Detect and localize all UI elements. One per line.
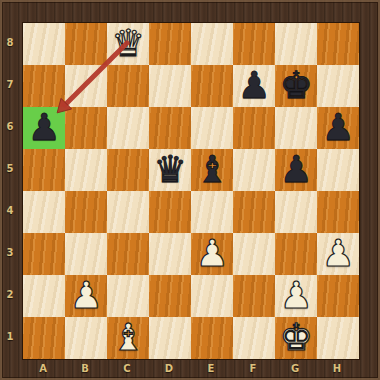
rank-label-5: 5 <box>0 148 20 190</box>
square-h2[interactable] <box>317 275 359 317</box>
square-c6[interactable] <box>107 107 149 149</box>
square-c7[interactable] <box>107 65 149 107</box>
rank-label-7: 7 <box>0 64 20 106</box>
white-pawn-icon[interactable]: ♟ <box>317 233 359 275</box>
board-frame: ♛♟♚♟♟♛♝♟♟♟♟♟♝♚ ABCDEFGH12345678 <box>0 0 380 380</box>
square-g1[interactable]: ♚ <box>275 317 317 359</box>
square-f3[interactable] <box>233 233 275 275</box>
square-e4[interactable] <box>191 191 233 233</box>
square-b8[interactable] <box>65 23 107 65</box>
square-e5[interactable]: ♝ <box>191 149 233 191</box>
square-a4[interactable] <box>23 191 65 233</box>
chess-board: ♛♟♚♟♟♛♝♟♟♟♟♟♝♚ <box>22 22 360 360</box>
square-g8[interactable] <box>275 23 317 65</box>
square-d5[interactable]: ♛ <box>149 149 191 191</box>
square-e3[interactable]: ♟ <box>191 233 233 275</box>
square-a5[interactable] <box>23 149 65 191</box>
square-g6[interactable] <box>275 107 317 149</box>
white-pawn-icon[interactable]: ♟ <box>65 275 107 317</box>
square-f8[interactable] <box>233 23 275 65</box>
file-label-h: H <box>316 363 358 374</box>
black-queen-icon[interactable]: ♛ <box>149 149 191 191</box>
square-d8[interactable] <box>149 23 191 65</box>
square-f4[interactable] <box>233 191 275 233</box>
square-e1[interactable] <box>191 317 233 359</box>
square-b6[interactable] <box>65 107 107 149</box>
square-d1[interactable] <box>149 317 191 359</box>
rank-label-1: 1 <box>0 316 20 358</box>
square-f7[interactable]: ♟ <box>233 65 275 107</box>
square-b2[interactable]: ♟ <box>65 275 107 317</box>
square-g5[interactable]: ♟ <box>275 149 317 191</box>
square-e2[interactable] <box>191 275 233 317</box>
square-c1[interactable]: ♝ <box>107 317 149 359</box>
black-pawn-icon[interactable]: ♟ <box>23 107 65 149</box>
rank-label-3: 3 <box>0 232 20 274</box>
file-label-b: B <box>64 363 106 374</box>
black-pawn-icon[interactable]: ♟ <box>317 107 359 149</box>
white-queen-icon[interactable]: ♛ <box>107 23 149 65</box>
square-c5[interactable] <box>107 149 149 191</box>
white-pawn-icon[interactable]: ♟ <box>191 233 233 275</box>
black-bishop-icon[interactable]: ♝ <box>191 149 233 191</box>
rank-label-8: 8 <box>0 22 20 64</box>
square-a2[interactable] <box>23 275 65 317</box>
square-f6[interactable] <box>233 107 275 149</box>
file-label-c: C <box>106 363 148 374</box>
black-king-icon[interactable]: ♚ <box>275 65 317 107</box>
square-h4[interactable] <box>317 191 359 233</box>
square-g2[interactable]: ♟ <box>275 275 317 317</box>
square-g4[interactable] <box>275 191 317 233</box>
file-label-g: G <box>274 363 316 374</box>
square-h7[interactable] <box>317 65 359 107</box>
square-e6[interactable] <box>191 107 233 149</box>
square-a1[interactable] <box>23 317 65 359</box>
square-e7[interactable] <box>191 65 233 107</box>
square-d7[interactable] <box>149 65 191 107</box>
square-h8[interactable] <box>317 23 359 65</box>
file-label-e: E <box>190 363 232 374</box>
square-d3[interactable] <box>149 233 191 275</box>
square-f2[interactable] <box>233 275 275 317</box>
square-a7[interactable] <box>23 65 65 107</box>
black-pawn-icon[interactable]: ♟ <box>275 149 317 191</box>
square-b4[interactable] <box>65 191 107 233</box>
square-c4[interactable] <box>107 191 149 233</box>
rank-label-4: 4 <box>0 190 20 232</box>
square-g3[interactable] <box>275 233 317 275</box>
file-label-f: F <box>232 363 274 374</box>
square-f1[interactable] <box>233 317 275 359</box>
black-pawn-icon[interactable]: ♟ <box>233 65 275 107</box>
square-c3[interactable] <box>107 233 149 275</box>
square-h3[interactable]: ♟ <box>317 233 359 275</box>
square-c8[interactable]: ♛ <box>107 23 149 65</box>
square-d4[interactable] <box>149 191 191 233</box>
square-f5[interactable] <box>233 149 275 191</box>
square-e8[interactable] <box>191 23 233 65</box>
rank-label-2: 2 <box>0 274 20 316</box>
square-d2[interactable] <box>149 275 191 317</box>
file-label-d: D <box>148 363 190 374</box>
white-pawn-icon[interactable]: ♟ <box>275 275 317 317</box>
square-a8[interactable] <box>23 23 65 65</box>
square-b5[interactable] <box>65 149 107 191</box>
file-label-a: A <box>22 363 64 374</box>
square-a3[interactable] <box>23 233 65 275</box>
square-b7[interactable] <box>65 65 107 107</box>
square-h1[interactable] <box>317 317 359 359</box>
white-bishop-icon[interactable]: ♝ <box>107 317 149 359</box>
square-h6[interactable]: ♟ <box>317 107 359 149</box>
square-b1[interactable] <box>65 317 107 359</box>
square-h5[interactable] <box>317 149 359 191</box>
square-c2[interactable] <box>107 275 149 317</box>
square-d6[interactable] <box>149 107 191 149</box>
rank-label-6: 6 <box>0 106 20 148</box>
square-b3[interactable] <box>65 233 107 275</box>
square-a6[interactable]: ♟ <box>23 107 65 149</box>
square-g7[interactable]: ♚ <box>275 65 317 107</box>
white-king-icon[interactable]: ♚ <box>275 317 317 359</box>
